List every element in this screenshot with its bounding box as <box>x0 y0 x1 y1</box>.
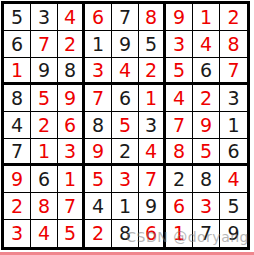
sudoku-cell-r6c5: 2 <box>112 139 139 166</box>
sudoku-cell-r4c4: 7 <box>85 85 112 112</box>
sudoku-cell-r8c4: 4 <box>85 193 112 220</box>
sudoku-cell-r4c3: 9 <box>58 85 85 112</box>
sudoku-cell-r6c9: 6 <box>220 139 247 166</box>
sudoku-board: 5346789126721953481983425678597614234268… <box>1 1 250 250</box>
sudoku-cell-r8c7: 6 <box>166 193 193 220</box>
sudoku-cell-r3c1: 1 <box>4 58 31 85</box>
sudoku-cell-r4c5: 6 <box>112 85 139 112</box>
sudoku-cell-r2c3: 2 <box>58 31 85 58</box>
sudoku-cell-r7c7: 2 <box>166 166 193 193</box>
sudoku-cell-r3c4: 3 <box>85 58 112 85</box>
sudoku-cell-r3c7: 5 <box>166 58 193 85</box>
sudoku-cell-r3c8: 6 <box>193 58 220 85</box>
sudoku-cell-r2c6: 5 <box>139 31 166 58</box>
sudoku-cell-r2c9: 8 <box>220 31 247 58</box>
sudoku-cell-r8c2: 8 <box>31 193 58 220</box>
sudoku-cell-r5c7: 7 <box>166 112 193 139</box>
sudoku-cell-r7c4: 5 <box>85 166 112 193</box>
sudoku-cell-r6c8: 5 <box>193 139 220 166</box>
sudoku-cell-r7c1: 9 <box>4 166 31 193</box>
sudoku-cell-r6c7: 8 <box>166 139 193 166</box>
sudoku-cell-r3c6: 2 <box>139 58 166 85</box>
sudoku-cell-r8c8: 3 <box>193 193 220 220</box>
sudoku-cell-r8c5: 1 <box>112 193 139 220</box>
sudoku-cell-r2c8: 4 <box>193 31 220 58</box>
sudoku-cell-r5c3: 6 <box>58 112 85 139</box>
sudoku-cell-r5c8: 9 <box>193 112 220 139</box>
sudoku-cell-r2c7: 3 <box>166 31 193 58</box>
sudoku-cell-r9c3: 5 <box>58 220 85 247</box>
sudoku-cell-r7c8: 8 <box>193 166 220 193</box>
sudoku-cell-r1c8: 1 <box>193 4 220 31</box>
sudoku-cell-r1c9: 2 <box>220 4 247 31</box>
sudoku-cell-r9c2: 4 <box>31 220 58 247</box>
sudoku-cell-r5c1: 4 <box>4 112 31 139</box>
sudoku-cell-r7c3: 1 <box>58 166 85 193</box>
sudoku-cell-r9c9: 9 <box>220 220 247 247</box>
sudoku-cell-r7c2: 6 <box>31 166 58 193</box>
sudoku-cell-r9c1: 3 <box>4 220 31 247</box>
sudoku-cell-r5c4: 8 <box>85 112 112 139</box>
sudoku-cell-r6c2: 1 <box>31 139 58 166</box>
sudoku-cell-r5c2: 2 <box>31 112 58 139</box>
sudoku-cell-r5c9: 1 <box>220 112 247 139</box>
sudoku-cell-r1c4: 6 <box>85 4 112 31</box>
sudoku-cell-r4c7: 4 <box>166 85 193 112</box>
sudoku-cell-r1c5: 7 <box>112 4 139 31</box>
sudoku-cell-r7c5: 3 <box>112 166 139 193</box>
sudoku-cell-r2c5: 9 <box>112 31 139 58</box>
sudoku-cell-r8c6: 9 <box>139 193 166 220</box>
sudoku-cell-r8c3: 7 <box>58 193 85 220</box>
sudoku-cell-r6c3: 3 <box>58 139 85 166</box>
sudoku-cell-r4c9: 3 <box>220 85 247 112</box>
sudoku-cell-r5c6: 3 <box>139 112 166 139</box>
sudoku-cell-r4c1: 8 <box>4 85 31 112</box>
sudoku-cell-r2c4: 1 <box>85 31 112 58</box>
sudoku-cell-r2c1: 6 <box>4 31 31 58</box>
sudoku-cell-r4c6: 1 <box>139 85 166 112</box>
sudoku-cell-r6c6: 4 <box>139 139 166 166</box>
sudoku-cell-r9c4: 2 <box>85 220 112 247</box>
sudoku-cell-r7c9: 4 <box>220 166 247 193</box>
sudoku-cell-r3c9: 7 <box>220 58 247 85</box>
sudoku-cell-r3c3: 8 <box>58 58 85 85</box>
sudoku-cell-r5c5: 5 <box>112 112 139 139</box>
sudoku-cell-r4c2: 5 <box>31 85 58 112</box>
sudoku-cell-r1c2: 3 <box>31 4 58 31</box>
sudoku-cell-r7c6: 7 <box>139 166 166 193</box>
sudoku-cell-r1c6: 8 <box>139 4 166 31</box>
sudoku-cell-r1c1: 5 <box>4 4 31 31</box>
sudoku-cell-r9c8: 7 <box>193 220 220 247</box>
sudoku-cell-r9c5: 8 <box>112 220 139 247</box>
sudoku-cell-r3c2: 9 <box>31 58 58 85</box>
sudoku-cell-r8c1: 2 <box>4 193 31 220</box>
sudoku-cell-r8c9: 5 <box>220 193 247 220</box>
sudoku-cell-r1c7: 9 <box>166 4 193 31</box>
sudoku-cell-r6c4: 9 <box>85 139 112 166</box>
sudoku-cell-r1c3: 4 <box>58 4 85 31</box>
sudoku-cell-r9c7: 1 <box>166 220 193 247</box>
sudoku-cell-r2c2: 7 <box>31 31 58 58</box>
sudoku-cell-r9c6: 6 <box>139 220 166 247</box>
sudoku-cell-r6c1: 7 <box>4 139 31 166</box>
sudoku-cell-r3c5: 4 <box>112 58 139 85</box>
sudoku-cell-r4c8: 2 <box>193 85 220 112</box>
